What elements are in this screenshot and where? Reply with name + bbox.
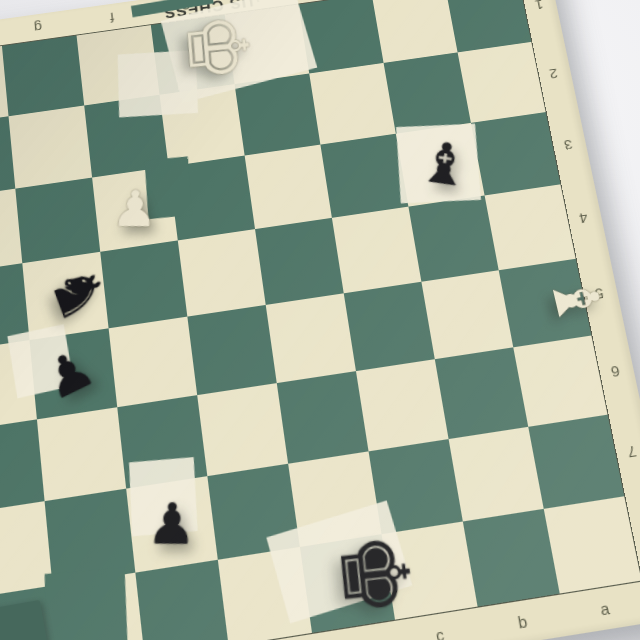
square-c2 bbox=[309, 63, 396, 145]
square-a8 bbox=[544, 496, 640, 593]
photo-canvas: US CHESS FEDERATION ♟ hgfedcba hgfedcba … bbox=[0, 0, 640, 640]
black-pawn: ♟ bbox=[129, 482, 214, 567]
board-grid: ♚♟♝♞♟♝♟♚ bbox=[0, 0, 640, 640]
square-a7 bbox=[528, 415, 624, 509]
square-b8 bbox=[463, 509, 560, 607]
square-e4 bbox=[178, 229, 266, 316]
square-b3: ♝ bbox=[396, 123, 485, 207]
square-d3 bbox=[245, 145, 332, 230]
white-bishop: ♝ bbox=[530, 255, 625, 346]
square-a5: ♝ bbox=[499, 259, 592, 348]
green-patch bbox=[44, 567, 127, 640]
square-b4 bbox=[408, 195, 498, 281]
black-king: ♚ bbox=[329, 527, 421, 621]
board-border: US CHESS FEDERATION ♟ hgfedcba hgfedcba … bbox=[0, 0, 640, 640]
square-f8 bbox=[135, 560, 228, 640]
square-f3: ♟ bbox=[92, 167, 178, 252]
square-b5 bbox=[421, 270, 513, 359]
square-e5 bbox=[187, 305, 276, 395]
white-pawn: ♟ bbox=[94, 171, 175, 246]
square-e6 bbox=[197, 383, 288, 476]
square-a6 bbox=[513, 336, 607, 427]
file-label-bottom-a: a bbox=[561, 587, 640, 629]
square-b7 bbox=[449, 427, 544, 522]
file-label-bottom-b: b bbox=[479, 600, 567, 640]
square-b2 bbox=[384, 52, 471, 133]
white-king: ♚ bbox=[178, 9, 258, 86]
square-c6 bbox=[356, 359, 449, 451]
square-d6 bbox=[277, 371, 369, 464]
black-bishop: ♝ bbox=[402, 122, 488, 206]
square-g1 bbox=[2, 36, 84, 117]
chessboard: US CHESS FEDERATION ♟ hgfedcba hgfedcba … bbox=[0, 0, 640, 640]
board-corner-shadow bbox=[0, 600, 48, 640]
square-a4 bbox=[485, 184, 576, 270]
square-b6 bbox=[435, 347, 528, 439]
square-c5 bbox=[344, 282, 435, 371]
square-f5 bbox=[109, 317, 198, 408]
square-c4 bbox=[332, 207, 422, 294]
square-a2 bbox=[458, 42, 546, 123]
square-d2 bbox=[235, 73, 321, 155]
square-f7: ♟ bbox=[126, 476, 218, 572]
square-g2 bbox=[9, 105, 93, 188]
square-g4: ♞ bbox=[22, 252, 108, 340]
square-d5 bbox=[266, 293, 356, 383]
square-d4 bbox=[255, 218, 344, 305]
square-c3 bbox=[320, 134, 408, 218]
